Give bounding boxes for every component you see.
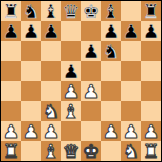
square-c3[interactable]: ♞ <box>41 101 61 121</box>
square-e5[interactable] <box>81 61 101 81</box>
square-d3[interactable]: ♝ <box>61 101 81 121</box>
square-a8[interactable]: ♜ <box>1 1 21 21</box>
square-f2[interactable]: ♟ <box>101 121 121 141</box>
square-h2[interactable]: ♟ <box>141 121 161 141</box>
square-d2[interactable] <box>61 121 81 141</box>
square-h7[interactable]: ♟ <box>141 21 161 41</box>
square-f7[interactable]: ♟ <box>101 21 121 41</box>
piece-white-pawn: ♟ <box>2 121 19 141</box>
piece-black-pawn: ♟ <box>82 41 99 61</box>
square-g3[interactable] <box>121 101 141 121</box>
piece-white-pawn: ♟ <box>22 121 39 141</box>
square-h1[interactable]: ♜ <box>141 141 161 161</box>
square-f3[interactable] <box>101 101 121 121</box>
square-g6[interactable] <box>121 41 141 61</box>
square-h8[interactable]: ♜ <box>141 1 161 21</box>
piece-white-bishop: ♝ <box>42 141 59 161</box>
piece-white-queen: ♛ <box>62 141 79 161</box>
piece-white-rook: ♜ <box>2 141 19 161</box>
square-g8[interactable] <box>121 1 141 21</box>
piece-black-pawn: ♟ <box>2 21 19 41</box>
piece-black-knight: ♞ <box>22 1 39 21</box>
piece-white-rook: ♜ <box>142 141 159 161</box>
piece-white-pawn: ♟ <box>42 121 59 141</box>
square-e1[interactable]: ♚ <box>81 141 101 161</box>
square-e7[interactable] <box>81 21 101 41</box>
piece-black-pawn: ♟ <box>22 21 39 41</box>
square-a2[interactable]: ♟ <box>1 121 21 141</box>
square-b1[interactable] <box>21 141 41 161</box>
square-h3[interactable] <box>141 101 161 121</box>
square-b8[interactable]: ♞ <box>21 1 41 21</box>
square-d8[interactable]: ♛ <box>61 1 81 21</box>
square-b5[interactable] <box>21 61 41 81</box>
piece-black-bishop: ♝ <box>42 1 59 21</box>
square-a1[interactable]: ♜ <box>1 141 21 161</box>
square-e8[interactable]: ♚ <box>81 1 101 21</box>
piece-black-pawn: ♟ <box>62 61 79 81</box>
square-f1[interactable] <box>101 141 121 161</box>
piece-white-bishop: ♝ <box>62 101 79 121</box>
square-g4[interactable] <box>121 81 141 101</box>
square-b3[interactable] <box>21 101 41 121</box>
square-b7[interactable]: ♟ <box>21 21 41 41</box>
square-b2[interactable]: ♟ <box>21 121 41 141</box>
piece-white-pawn: ♟ <box>62 81 79 101</box>
square-c2[interactable]: ♟ <box>41 121 61 141</box>
square-f4[interactable] <box>101 81 121 101</box>
square-f5[interactable] <box>101 61 121 81</box>
square-e2[interactable] <box>81 121 101 141</box>
square-g1[interactable]: ♞ <box>121 141 141 161</box>
piece-white-pawn: ♟ <box>102 121 119 141</box>
square-a6[interactable] <box>1 41 21 61</box>
square-d4[interactable]: ♟ <box>61 81 81 101</box>
square-a4[interactable] <box>1 81 21 101</box>
square-a7[interactable]: ♟ <box>1 21 21 41</box>
chess-board: ♜♞♝♛♚♝♜♟♟♟♟♟♟♟♞♟♟♟♞♝♟♟♟♟♟♟♜♝♛♚♞♜ <box>1 1 161 161</box>
square-d7[interactable] <box>61 21 81 41</box>
square-g7[interactable]: ♟ <box>121 21 141 41</box>
piece-black-pawn: ♟ <box>142 21 159 41</box>
square-b4[interactable] <box>21 81 41 101</box>
square-c7[interactable]: ♟ <box>41 21 61 41</box>
piece-black-pawn: ♟ <box>122 21 139 41</box>
square-h4[interactable] <box>141 81 161 101</box>
square-d1[interactable]: ♛ <box>61 141 81 161</box>
square-e6[interactable]: ♟ <box>81 41 101 61</box>
square-c5[interactable] <box>41 61 61 81</box>
piece-black-rook: ♜ <box>142 1 159 21</box>
piece-white-knight: ♞ <box>122 141 139 161</box>
square-c4[interactable] <box>41 81 61 101</box>
square-e3[interactable] <box>81 101 101 121</box>
square-a5[interactable] <box>1 61 21 81</box>
square-e4[interactable]: ♟ <box>81 81 101 101</box>
square-c8[interactable]: ♝ <box>41 1 61 21</box>
board-frame: ♜♞♝♛♚♝♜♟♟♟♟♟♟♟♞♟♟♟♞♝♟♟♟♟♟♟♜♝♛♚♞♜ <box>0 0 162 162</box>
square-f8[interactable]: ♝ <box>101 1 121 21</box>
square-a3[interactable] <box>1 101 21 121</box>
square-c6[interactable] <box>41 41 61 61</box>
piece-white-king: ♚ <box>82 141 99 161</box>
square-d6[interactable] <box>61 41 81 61</box>
piece-white-pawn: ♟ <box>122 121 139 141</box>
piece-white-pawn: ♟ <box>82 81 99 101</box>
square-h5[interactable] <box>141 61 161 81</box>
piece-white-pawn: ♟ <box>142 121 159 141</box>
square-g5[interactable] <box>121 61 141 81</box>
square-b6[interactable] <box>21 41 41 61</box>
square-h6[interactable] <box>141 41 161 61</box>
piece-white-knight: ♞ <box>42 101 59 121</box>
piece-black-bishop: ♝ <box>102 1 119 21</box>
piece-black-rook: ♜ <box>2 1 19 21</box>
square-g2[interactable]: ♟ <box>121 121 141 141</box>
square-c1[interactable]: ♝ <box>41 141 61 161</box>
square-d5[interactable]: ♟ <box>61 61 81 81</box>
piece-black-knight: ♞ <box>102 41 119 61</box>
square-f6[interactable]: ♞ <box>101 41 121 61</box>
piece-black-pawn: ♟ <box>102 21 119 41</box>
piece-black-pawn: ♟ <box>42 21 59 41</box>
piece-black-queen: ♛ <box>62 1 79 21</box>
piece-black-king: ♚ <box>82 1 99 21</box>
